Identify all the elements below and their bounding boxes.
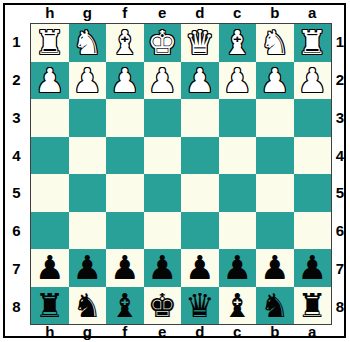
- white-rook-a1[interactable]: ♜: [297, 26, 327, 59]
- square-b8[interactable]: ♞: [256, 287, 294, 325]
- black-king-e8[interactable]: ♚: [147, 289, 177, 322]
- square-c8[interactable]: ♝: [219, 287, 257, 325]
- file-label-top-c: c: [219, 3, 257, 22]
- rank-label-right-2: 2: [333, 61, 347, 99]
- square-f8[interactable]: ♝: [106, 287, 144, 325]
- white-bishop-c1[interactable]: ♝: [222, 26, 252, 59]
- rank-label-left-4: 4: [5, 136, 28, 174]
- file-label-bottom-c: c: [219, 324, 257, 339]
- square-h1[interactable]: ♜: [31, 24, 69, 62]
- file-label-bottom-d: d: [181, 324, 219, 339]
- square-c3[interactable]: [219, 99, 257, 137]
- square-e1[interactable]: ♚: [144, 24, 182, 62]
- square-g7[interactable]: ♟: [69, 249, 107, 287]
- square-b3[interactable]: [256, 99, 294, 137]
- square-f2[interactable]: ♟: [106, 62, 144, 100]
- square-g2[interactable]: ♟: [69, 62, 107, 100]
- square-h2[interactable]: ♟: [31, 62, 69, 100]
- square-a4[interactable]: [294, 137, 332, 175]
- square-h3[interactable]: [31, 99, 69, 137]
- square-b5[interactable]: [256, 174, 294, 212]
- white-rook-h1[interactable]: ♜: [35, 26, 65, 59]
- rank-label-right-7: 7: [333, 250, 347, 288]
- square-d3[interactable]: [181, 99, 219, 137]
- square-b1[interactable]: ♞: [256, 24, 294, 62]
- square-b4[interactable]: [256, 137, 294, 175]
- file-label-top-e: e: [144, 3, 182, 22]
- white-pawn-f2[interactable]: ♟: [110, 64, 140, 97]
- rank-label-right-1: 1: [333, 23, 347, 61]
- rank-label-left-8: 8: [5, 287, 28, 325]
- square-e7[interactable]: ♟: [144, 249, 182, 287]
- square-a3[interactable]: [294, 99, 332, 137]
- square-e3[interactable]: [144, 99, 182, 137]
- square-b2[interactable]: ♟: [256, 62, 294, 100]
- white-pawn-d2[interactable]: ♟: [185, 64, 215, 97]
- file-label-bottom-h: h: [31, 324, 69, 339]
- chess-board[interactable]: ♜♞♝♚♛♝♞♜♟♟♟♟♟♟♟♟♟♟♟♟♟♟♟♟♜♞♝♚♛♝♞♜: [30, 23, 332, 325]
- square-d5[interactable]: [181, 174, 219, 212]
- square-d6[interactable]: [181, 212, 219, 250]
- square-g4[interactable]: [69, 137, 107, 175]
- white-bishop-f1[interactable]: ♝: [110, 26, 140, 59]
- file-label-top-g: g: [69, 3, 107, 22]
- square-g8[interactable]: ♞: [69, 287, 107, 325]
- square-c4[interactable]: [219, 137, 257, 175]
- black-pawn-c7[interactable]: ♟: [222, 251, 252, 284]
- black-pawn-f7[interactable]: ♟: [110, 251, 140, 284]
- black-bishop-f8[interactable]: ♝: [110, 289, 140, 322]
- square-f1[interactable]: ♝: [106, 24, 144, 62]
- file-label-top-d: d: [181, 3, 219, 22]
- rank-label-right-8: 8: [333, 287, 347, 325]
- rank-label-left-6: 6: [5, 212, 28, 250]
- square-g6[interactable]: [69, 212, 107, 250]
- white-pawn-c2[interactable]: ♟: [222, 64, 252, 97]
- square-b7[interactable]: ♟: [256, 249, 294, 287]
- file-label-top-h: h: [31, 3, 69, 22]
- square-e2[interactable]: ♟: [144, 62, 182, 100]
- rank-label-right-3: 3: [333, 99, 347, 137]
- white-knight-g1[interactable]: ♞: [72, 26, 102, 59]
- square-g3[interactable]: [69, 99, 107, 137]
- square-a5[interactable]: [294, 174, 332, 212]
- file-labels-top: hgfedcba: [31, 3, 331, 22]
- black-knight-b8[interactable]: ♞: [260, 289, 290, 322]
- rank-label-left-1: 1: [5, 23, 28, 61]
- white-knight-b1[interactable]: ♞: [260, 26, 290, 59]
- white-king-e1[interactable]: ♚: [147, 26, 177, 59]
- square-c5[interactable]: [219, 174, 257, 212]
- square-c7[interactable]: ♟: [219, 249, 257, 287]
- square-g1[interactable]: ♞: [69, 24, 107, 62]
- rank-label-left-2: 2: [5, 61, 28, 99]
- square-f7[interactable]: ♟: [106, 249, 144, 287]
- square-f6[interactable]: [106, 212, 144, 250]
- square-e5[interactable]: [144, 174, 182, 212]
- white-pawn-h2[interactable]: ♟: [35, 64, 65, 97]
- square-e6[interactable]: [144, 212, 182, 250]
- black-pawn-a7[interactable]: ♟: [297, 251, 327, 284]
- square-f3[interactable]: [106, 99, 144, 137]
- file-label-bottom-g: g: [69, 324, 107, 339]
- black-pawn-e7[interactable]: ♟: [147, 251, 177, 284]
- square-c2[interactable]: ♟: [219, 62, 257, 100]
- rank-label-left-5: 5: [5, 174, 28, 212]
- file-label-top-f: f: [106, 3, 144, 22]
- square-c6[interactable]: [219, 212, 257, 250]
- square-a2[interactable]: ♟: [294, 62, 332, 100]
- square-a6[interactable]: [294, 212, 332, 250]
- square-d8[interactable]: ♛: [181, 287, 219, 325]
- square-a1[interactable]: ♜: [294, 24, 332, 62]
- rank-label-right-6: 6: [333, 212, 347, 250]
- white-pawn-b2[interactable]: ♟: [260, 64, 290, 97]
- square-h8[interactable]: ♜: [31, 287, 69, 325]
- file-label-bottom-b: b: [256, 324, 294, 339]
- white-pawn-a2[interactable]: ♟: [297, 64, 327, 97]
- square-g5[interactable]: [69, 174, 107, 212]
- black-pawn-d7[interactable]: ♟: [185, 251, 215, 284]
- square-d4[interactable]: [181, 137, 219, 175]
- black-pawn-b7[interactable]: ♟: [260, 251, 290, 284]
- square-a8[interactable]: ♜: [294, 287, 332, 325]
- rank-labels-left: 12345678: [5, 23, 28, 325]
- file-label-bottom-a: a: [294, 324, 332, 339]
- square-a7[interactable]: ♟: [294, 249, 332, 287]
- square-b6[interactable]: [256, 212, 294, 250]
- black-rook-a8[interactable]: ♜: [297, 289, 327, 322]
- rank-labels-right: 12345678: [333, 23, 347, 325]
- square-e4[interactable]: [144, 137, 182, 175]
- square-d7[interactable]: ♟: [181, 249, 219, 287]
- square-e8[interactable]: ♚: [144, 287, 182, 325]
- file-labels-bottom: hgfedcba: [31, 324, 331, 339]
- file-label-top-a: a: [294, 3, 332, 22]
- black-pawn-g7[interactable]: ♟: [72, 251, 102, 284]
- square-c1[interactable]: ♝: [219, 24, 257, 62]
- square-d1[interactable]: ♛: [181, 24, 219, 62]
- rank-label-left-3: 3: [5, 99, 28, 137]
- rank-label-left-7: 7: [5, 250, 28, 288]
- square-f4[interactable]: [106, 137, 144, 175]
- black-knight-g8[interactable]: ♞: [72, 289, 102, 322]
- square-h5[interactable]: [31, 174, 69, 212]
- white-queen-d1[interactable]: ♛: [185, 26, 215, 59]
- rank-label-right-5: 5: [333, 174, 347, 212]
- file-label-bottom-e: e: [144, 324, 182, 339]
- square-h6[interactable]: [31, 212, 69, 250]
- square-d2[interactable]: ♟: [181, 62, 219, 100]
- black-rook-h8[interactable]: ♜: [35, 289, 65, 322]
- file-label-top-b: b: [256, 3, 294, 22]
- square-h4[interactable]: [31, 137, 69, 175]
- rank-label-right-4: 4: [333, 136, 347, 174]
- square-f5[interactable]: [106, 174, 144, 212]
- file-label-bottom-f: f: [106, 324, 144, 339]
- white-pawn-g2[interactable]: ♟: [72, 64, 102, 97]
- black-bishop-c8[interactable]: ♝: [222, 289, 252, 322]
- square-h7[interactable]: ♟: [31, 249, 69, 287]
- black-queen-d8[interactable]: ♛: [185, 289, 215, 322]
- white-pawn-e2[interactable]: ♟: [147, 64, 177, 97]
- black-pawn-h7[interactable]: ♟: [35, 251, 65, 284]
